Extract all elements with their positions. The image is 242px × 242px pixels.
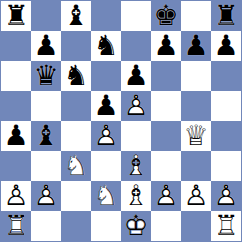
square-c5[interactable] <box>61 91 91 121</box>
piece-white-rook-a1[interactable]: ♜♖ <box>1 211 31 241</box>
piece-fill-layer: ♞ <box>91 31 121 61</box>
piece-black-bishop-c8[interactable]: ♝ <box>61 1 91 31</box>
square-d3[interactable] <box>91 151 121 181</box>
square-h5[interactable] <box>211 91 241 121</box>
square-g8[interactable] <box>181 1 211 31</box>
square-g3[interactable] <box>181 151 211 181</box>
square-f1[interactable] <box>151 211 181 241</box>
square-h2[interactable]: ♟♙ <box>211 181 241 211</box>
square-h6[interactable] <box>211 61 241 91</box>
chess-board: ♜♝♚♜♟♞♟♟♟♛♞♟♟♟♙♟♝♟♙♛♕♞♘♝♗♟♙♟♙♞♘♝♗♟♙♟♙♟♙♜… <box>0 0 242 242</box>
piece-white-pawn-h2[interactable]: ♟♙ <box>211 181 241 211</box>
piece-white-pawn-g2[interactable]: ♟♙ <box>181 181 211 211</box>
piece-white-knight-d2[interactable]: ♞♘ <box>91 181 121 211</box>
square-e1[interactable]: ♚♔ <box>121 211 151 241</box>
square-f3[interactable] <box>151 151 181 181</box>
piece-fill-layer: ♟ <box>211 31 241 61</box>
piece-black-pawn-a4[interactable]: ♟ <box>1 121 31 151</box>
piece-white-rook-h1[interactable]: ♜♖ <box>211 211 241 241</box>
square-b8[interactable] <box>31 1 61 31</box>
square-d6[interactable] <box>91 61 121 91</box>
piece-white-pawn-f2[interactable]: ♟♙ <box>151 181 181 211</box>
piece-outline-layer: ♙ <box>181 181 211 211</box>
piece-black-pawn-d5[interactable]: ♟ <box>91 91 121 121</box>
square-c6[interactable]: ♞ <box>61 61 91 91</box>
square-g4[interactable]: ♛♕ <box>181 121 211 151</box>
square-d5[interactable]: ♟ <box>91 91 121 121</box>
square-a2[interactable]: ♟♙ <box>1 181 31 211</box>
square-h8[interactable]: ♜ <box>211 1 241 31</box>
square-g6[interactable] <box>181 61 211 91</box>
square-h7[interactable]: ♟ <box>211 31 241 61</box>
square-b1[interactable] <box>31 211 61 241</box>
square-c2[interactable] <box>61 181 91 211</box>
piece-white-queen-g4[interactable]: ♛♕ <box>181 121 211 151</box>
piece-outline-layer: ♘ <box>61 151 91 181</box>
square-e7[interactable] <box>121 31 151 61</box>
square-d4[interactable]: ♟♙ <box>91 121 121 151</box>
piece-fill-layer: ♟ <box>151 31 181 61</box>
piece-fill-layer: ♟ <box>1 121 31 151</box>
square-f5[interactable] <box>151 91 181 121</box>
piece-fill-layer: ♝ <box>61 1 91 31</box>
square-e3[interactable]: ♝♗ <box>121 151 151 181</box>
piece-fill-layer: ♟ <box>181 31 211 61</box>
square-h1[interactable]: ♜♖ <box>211 211 241 241</box>
piece-white-knight-c3[interactable]: ♞♘ <box>61 151 91 181</box>
piece-fill-layer: ♞ <box>61 61 91 91</box>
square-d8[interactable] <box>91 1 121 31</box>
square-c3[interactable]: ♞♘ <box>61 151 91 181</box>
square-a4[interactable]: ♟ <box>1 121 31 151</box>
square-b5[interactable] <box>31 91 61 121</box>
piece-outline-layer: ♔ <box>121 211 151 241</box>
piece-outline-layer: ♙ <box>1 181 31 211</box>
piece-black-pawn-g7[interactable]: ♟ <box>181 31 211 61</box>
square-b7[interactable]: ♟ <box>31 31 61 61</box>
piece-outline-layer: ♙ <box>151 181 181 211</box>
square-g1[interactable] <box>181 211 211 241</box>
piece-outline-layer: ♕ <box>181 121 211 151</box>
square-e6[interactable]: ♟ <box>121 61 151 91</box>
piece-black-rook-a8[interactable]: ♜ <box>1 1 31 31</box>
square-b2[interactable]: ♟♙ <box>31 181 61 211</box>
square-e4[interactable] <box>121 121 151 151</box>
square-a5[interactable] <box>1 91 31 121</box>
piece-white-king-e1[interactable]: ♚♔ <box>121 211 151 241</box>
piece-white-bishop-e3[interactable]: ♝♗ <box>121 151 151 181</box>
square-a3[interactable] <box>1 151 31 181</box>
piece-black-rook-h8[interactable]: ♜ <box>211 1 241 31</box>
square-b4[interactable]: ♝ <box>31 121 61 151</box>
square-f2[interactable]: ♟♙ <box>151 181 181 211</box>
piece-black-knight-d7[interactable]: ♞ <box>91 31 121 61</box>
piece-black-knight-c6[interactable]: ♞ <box>61 61 91 91</box>
piece-white-pawn-a2[interactable]: ♟♙ <box>1 181 31 211</box>
square-c1[interactable] <box>61 211 91 241</box>
square-a6[interactable] <box>1 61 31 91</box>
square-a8[interactable]: ♜ <box>1 1 31 31</box>
square-h3[interactable] <box>211 151 241 181</box>
piece-white-pawn-e5[interactable]: ♟♙ <box>121 91 151 121</box>
square-g7[interactable]: ♟ <box>181 31 211 61</box>
piece-black-pawn-h7[interactable]: ♟ <box>211 31 241 61</box>
square-c8[interactable]: ♝ <box>61 1 91 31</box>
piece-fill-layer: ♟ <box>31 31 61 61</box>
square-b3[interactable] <box>31 151 61 181</box>
square-b6[interactable]: ♛ <box>31 61 61 91</box>
piece-black-pawn-b7[interactable]: ♟ <box>31 31 61 61</box>
square-d2[interactable]: ♞♘ <box>91 181 121 211</box>
piece-fill-layer: ♝ <box>31 121 61 151</box>
square-g5[interactable] <box>181 91 211 121</box>
piece-outline-layer: ♙ <box>31 181 61 211</box>
square-g2[interactable]: ♟♙ <box>181 181 211 211</box>
square-a7[interactable] <box>1 31 31 61</box>
piece-white-pawn-b2[interactable]: ♟♙ <box>31 181 61 211</box>
square-d7[interactable]: ♞ <box>91 31 121 61</box>
piece-black-queen-b6[interactable]: ♛ <box>31 61 61 91</box>
piece-fill-layer: ♜ <box>211 1 241 31</box>
piece-black-bishop-b4[interactable]: ♝ <box>31 121 61 151</box>
piece-black-pawn-e6[interactable]: ♟ <box>121 61 151 91</box>
piece-outline-layer: ♗ <box>121 181 151 211</box>
piece-outline-layer: ♙ <box>91 121 121 151</box>
square-a1[interactable]: ♜♖ <box>1 211 31 241</box>
piece-outline-layer: ♖ <box>211 211 241 241</box>
square-e5[interactable]: ♟♙ <box>121 91 151 121</box>
piece-white-bishop-e2[interactable]: ♝♗ <box>121 181 151 211</box>
square-h4[interactable] <box>211 121 241 151</box>
square-d1[interactable] <box>91 211 121 241</box>
square-c4[interactable] <box>61 121 91 151</box>
piece-fill-layer: ♛ <box>31 61 61 91</box>
piece-outline-layer: ♖ <box>1 211 31 241</box>
piece-fill-layer: ♚ <box>151 1 181 31</box>
square-f6[interactable] <box>151 61 181 91</box>
piece-outline-layer: ♙ <box>121 91 151 121</box>
square-c7[interactable] <box>61 31 91 61</box>
piece-outline-layer: ♗ <box>121 151 151 181</box>
square-e8[interactable] <box>121 1 151 31</box>
square-f4[interactable] <box>151 121 181 151</box>
square-f7[interactable]: ♟ <box>151 31 181 61</box>
piece-outline-layer: ♙ <box>211 181 241 211</box>
square-f8[interactable]: ♚ <box>151 1 181 31</box>
piece-black-king-f8[interactable]: ♚ <box>151 1 181 31</box>
piece-fill-layer: ♜ <box>1 1 31 31</box>
piece-white-pawn-d4[interactable]: ♟♙ <box>91 121 121 151</box>
piece-outline-layer: ♘ <box>91 181 121 211</box>
piece-black-pawn-f7[interactable]: ♟ <box>151 31 181 61</box>
square-e2[interactable]: ♝♗ <box>121 181 151 211</box>
piece-fill-layer: ♟ <box>121 61 151 91</box>
piece-fill-layer: ♟ <box>91 91 121 121</box>
